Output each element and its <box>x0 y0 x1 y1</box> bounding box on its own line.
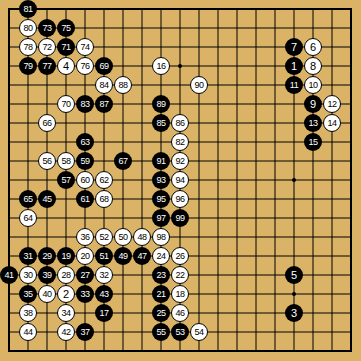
stone-52-white[interactable]: 52 <box>95 228 113 246</box>
stone-78-white[interactable]: 78 <box>19 38 37 56</box>
stone-25-black[interactable]: 25 <box>152 304 170 322</box>
stone-17-black[interactable]: 17 <box>95 304 113 322</box>
stone-7-black[interactable]: 7 <box>285 38 303 56</box>
stone-12-white[interactable]: 12 <box>323 95 341 113</box>
stone-56-white[interactable]: 56 <box>38 152 56 170</box>
stone-76-white[interactable]: 76 <box>76 57 94 75</box>
stone-18-white[interactable]: 18 <box>171 285 189 303</box>
stone-22-white[interactable]: 22 <box>171 266 189 284</box>
stone-34-white[interactable]: 34 <box>57 304 75 322</box>
stone-33-black[interactable]: 33 <box>76 285 94 303</box>
stone-91-black[interactable]: 91 <box>152 152 170 170</box>
stone-98-white[interactable]: 98 <box>152 228 170 246</box>
stone-2-white[interactable]: 2 <box>57 285 75 303</box>
stone-37-black[interactable]: 37 <box>76 323 94 341</box>
stone-89-black[interactable]: 89 <box>152 95 170 113</box>
stone-80-white[interactable]: 80 <box>19 19 37 37</box>
stone-87-black[interactable]: 87 <box>95 95 113 113</box>
stone-49-black[interactable]: 49 <box>114 247 132 265</box>
stone-51-black[interactable]: 51 <box>95 247 113 265</box>
stone-30-white[interactable]: 30 <box>19 266 37 284</box>
stone-55-black[interactable]: 55 <box>152 323 170 341</box>
stone-44-white[interactable]: 44 <box>19 323 37 341</box>
stone-65-black[interactable]: 65 <box>19 190 37 208</box>
stone-57-black[interactable]: 57 <box>57 171 75 189</box>
stone-5-black[interactable]: 5 <box>285 266 303 284</box>
stone-1-black[interactable]: 1 <box>285 57 303 75</box>
stones-layer: 1234567891011121314151617181920212223242… <box>0 0 361 361</box>
stone-8-white[interactable]: 8 <box>304 57 322 75</box>
stone-19-black[interactable]: 19 <box>57 247 75 265</box>
stone-77-black[interactable]: 77 <box>38 57 56 75</box>
stone-20-white[interactable]: 20 <box>76 247 94 265</box>
stone-31-black[interactable]: 31 <box>19 247 37 265</box>
stone-67-black[interactable]: 67 <box>114 152 132 170</box>
stone-15-black[interactable]: 15 <box>304 133 322 151</box>
stone-66-white[interactable]: 66 <box>38 114 56 132</box>
stone-10-white[interactable]: 10 <box>304 76 322 94</box>
stone-27-black[interactable]: 27 <box>76 266 94 284</box>
stone-48-white[interactable]: 48 <box>133 228 151 246</box>
stone-14-white[interactable]: 14 <box>323 114 341 132</box>
stone-9-black[interactable]: 9 <box>304 95 322 113</box>
stone-54-white[interactable]: 54 <box>190 323 208 341</box>
stone-50-white[interactable]: 50 <box>114 228 132 246</box>
stone-69-black[interactable]: 69 <box>95 57 113 75</box>
stone-83-black[interactable]: 83 <box>76 95 94 113</box>
stone-74-white[interactable]: 74 <box>76 38 94 56</box>
stone-28-white[interactable]: 28 <box>57 266 75 284</box>
stone-93-black[interactable]: 93 <box>152 171 170 189</box>
stone-64-white[interactable]: 64 <box>19 209 37 227</box>
stone-45-black[interactable]: 45 <box>38 190 56 208</box>
stone-73-black[interactable]: 73 <box>38 19 56 37</box>
stone-24-white[interactable]: 24 <box>152 247 170 265</box>
stone-84-white[interactable]: 84 <box>95 76 113 94</box>
stone-99-black[interactable]: 99 <box>171 209 189 227</box>
stone-4-white[interactable]: 4 <box>57 57 75 75</box>
stone-39-black[interactable]: 39 <box>38 266 56 284</box>
stone-32-white[interactable]: 32 <box>95 266 113 284</box>
stone-29-black[interactable]: 29 <box>38 247 56 265</box>
stone-13-black[interactable]: 13 <box>304 114 322 132</box>
stone-96-white[interactable]: 96 <box>171 190 189 208</box>
stone-16-white[interactable]: 16 <box>152 57 170 75</box>
stone-41-black[interactable]: 41 <box>0 266 18 284</box>
stone-43-black[interactable]: 43 <box>95 285 113 303</box>
stone-11-black[interactable]: 11 <box>285 76 303 94</box>
stone-3-black[interactable]: 3 <box>285 304 303 322</box>
stone-21-black[interactable]: 21 <box>152 285 170 303</box>
stone-42-white[interactable]: 42 <box>57 323 75 341</box>
stone-79-black[interactable]: 79 <box>19 57 37 75</box>
stone-59-black[interactable]: 59 <box>76 152 94 170</box>
stone-47-black[interactable]: 47 <box>133 247 151 265</box>
stone-75-black[interactable]: 75 <box>57 19 75 37</box>
stone-88-white[interactable]: 88 <box>114 76 132 94</box>
stone-58-white[interactable]: 58 <box>57 152 75 170</box>
stone-71-black[interactable]: 71 <box>57 38 75 56</box>
stone-85-black[interactable]: 85 <box>152 114 170 132</box>
go-board[interactable]: 1234567891011121314151617181920212223242… <box>0 0 361 361</box>
stone-70-white[interactable]: 70 <box>57 95 75 113</box>
stone-60-white[interactable]: 60 <box>76 171 94 189</box>
stone-6-white[interactable]: 6 <box>304 38 322 56</box>
stone-94-white[interactable]: 94 <box>171 171 189 189</box>
stone-72-white[interactable]: 72 <box>38 38 56 56</box>
stone-53-black[interactable]: 53 <box>171 323 189 341</box>
stone-61-black[interactable]: 61 <box>76 190 94 208</box>
stone-86-white[interactable]: 86 <box>171 114 189 132</box>
stone-90-white[interactable]: 90 <box>190 76 208 94</box>
stone-40-white[interactable]: 40 <box>38 285 56 303</box>
stone-38-white[interactable]: 38 <box>19 304 37 322</box>
stone-95-black[interactable]: 95 <box>152 190 170 208</box>
stone-62-white[interactable]: 62 <box>95 171 113 189</box>
stone-81-black[interactable]: 81 <box>19 0 37 18</box>
stone-82-white[interactable]: 82 <box>171 133 189 151</box>
stone-36-white[interactable]: 36 <box>76 228 94 246</box>
stone-35-black[interactable]: 35 <box>19 285 37 303</box>
stone-63-black[interactable]: 63 <box>76 133 94 151</box>
stone-68-white[interactable]: 68 <box>95 190 113 208</box>
stone-26-white[interactable]: 26 <box>171 247 189 265</box>
stone-97-black[interactable]: 97 <box>152 209 170 227</box>
stone-23-black[interactable]: 23 <box>152 266 170 284</box>
stone-46-white[interactable]: 46 <box>171 304 189 322</box>
stone-92-white[interactable]: 92 <box>171 152 189 170</box>
